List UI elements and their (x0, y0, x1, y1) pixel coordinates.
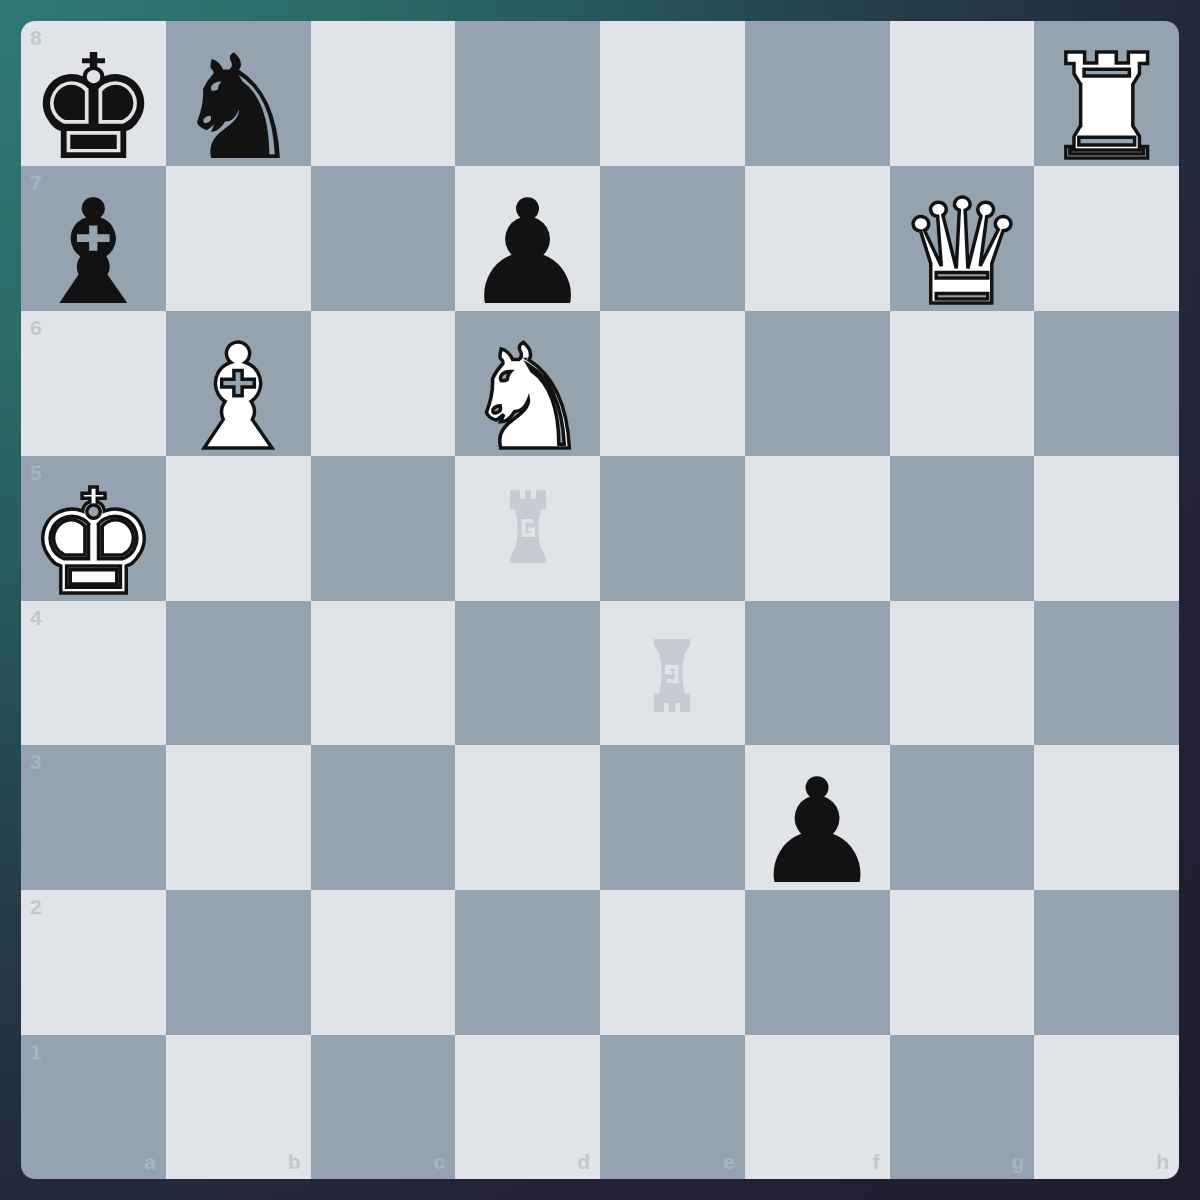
square-g3[interactable] (890, 745, 1035, 890)
square-e4[interactable] (600, 601, 745, 745)
square-a1[interactable]: 1a (21, 1035, 166, 1179)
square-a2[interactable]: 2 (21, 890, 166, 1034)
square-a7[interactable]: 7♝ (21, 166, 166, 311)
square-h8[interactable]: ♜ (1034, 21, 1179, 166)
square-e2[interactable] (600, 890, 745, 1034)
black-bishop[interactable]: ♝ (28, 180, 158, 325)
square-d5[interactable] (455, 456, 600, 601)
square-b8[interactable]: ♞ (166, 21, 311, 166)
square-c5[interactable] (311, 456, 456, 601)
square-f1[interactable]: f (745, 1035, 890, 1179)
square-g2[interactable] (890, 890, 1035, 1034)
square-h5[interactable] (1034, 456, 1179, 601)
square-e5[interactable] (600, 456, 745, 601)
square-h3[interactable] (1034, 745, 1179, 890)
file-label: b (288, 1150, 301, 1174)
square-b6[interactable]: ♝ (166, 311, 311, 456)
square-a4[interactable]: 4 (21, 601, 166, 745)
square-g6[interactable] (890, 311, 1035, 456)
square-e1[interactable]: e (600, 1035, 745, 1179)
square-a5[interactable]: 5♚ (21, 456, 166, 601)
square-f7[interactable] (745, 166, 890, 311)
square-h6[interactable] (1034, 311, 1179, 456)
rank-label: 6 (30, 316, 42, 340)
square-d2[interactable] (455, 890, 600, 1034)
rank-label: 3 (30, 750, 42, 774)
white-rook[interactable]: ♜ (1042, 35, 1172, 180)
square-b5[interactable] (166, 456, 311, 601)
chess-board: 8♚♞♜7♝♟♛6♝♞5♚43♟21abcdefgh (21, 21, 1179, 1179)
square-a8[interactable]: 8♚ (21, 21, 166, 166)
page-background: 8♚♞♜7♝♟♛6♝♞5♚43♟21abcdefgh (0, 0, 1200, 1200)
square-b4[interactable] (166, 601, 311, 745)
square-c1[interactable]: c (311, 1035, 456, 1179)
square-f5[interactable] (745, 456, 890, 601)
square-d3[interactable] (455, 745, 600, 890)
square-b2[interactable] (166, 890, 311, 1034)
square-b3[interactable] (166, 745, 311, 890)
white-king[interactable]: ♚ (28, 470, 158, 615)
square-g4[interactable] (890, 601, 1035, 745)
square-c3[interactable] (311, 745, 456, 890)
square-c8[interactable] (311, 21, 456, 166)
square-b7[interactable] (166, 166, 311, 311)
ghost-rook-icon (650, 634, 694, 712)
black-knight[interactable]: ♞ (173, 35, 303, 180)
square-d7[interactable]: ♟ (455, 166, 600, 311)
square-g1[interactable]: g (890, 1035, 1035, 1179)
square-a6[interactable]: 6 (21, 311, 166, 456)
square-h1[interactable]: h (1034, 1035, 1179, 1179)
file-label: c (434, 1150, 446, 1174)
white-bishop[interactable]: ♝ (173, 325, 303, 470)
rank-label: 1 (30, 1040, 42, 1064)
square-e7[interactable] (600, 166, 745, 311)
file-label: f (873, 1150, 880, 1174)
square-e8[interactable] (600, 21, 745, 166)
white-queen[interactable]: ♛ (897, 180, 1027, 325)
square-a3[interactable]: 3 (21, 745, 166, 890)
square-e3[interactable] (600, 745, 745, 890)
square-c2[interactable] (311, 890, 456, 1034)
square-f8[interactable] (745, 21, 890, 166)
white-knight[interactable]: ♞ (463, 325, 593, 470)
square-h4[interactable] (1034, 601, 1179, 745)
black-king[interactable]: ♚ (28, 35, 158, 180)
square-c4[interactable] (311, 601, 456, 745)
square-g5[interactable] (890, 456, 1035, 601)
square-d1[interactable]: d (455, 1035, 600, 1179)
square-f3[interactable]: ♟ (745, 745, 890, 890)
square-f6[interactable] (745, 311, 890, 456)
square-f2[interactable] (745, 890, 890, 1034)
square-c6[interactable] (311, 311, 456, 456)
square-h2[interactable] (1034, 890, 1179, 1034)
rank-label: 4 (30, 606, 42, 630)
square-b1[interactable]: b (166, 1035, 311, 1179)
square-g8[interactable] (890, 21, 1035, 166)
rank-label: 2 (30, 895, 42, 919)
black-pawn[interactable]: ♟ (463, 180, 593, 325)
black-pawn[interactable]: ♟ (752, 759, 882, 904)
file-label: g (1011, 1150, 1024, 1174)
square-f4[interactable] (745, 601, 890, 745)
file-label: d (577, 1150, 590, 1174)
square-c7[interactable] (311, 166, 456, 311)
file-label: h (1156, 1150, 1169, 1174)
square-g7[interactable]: ♛ (890, 166, 1035, 311)
ghost-rook-icon (506, 490, 550, 568)
file-label: a (144, 1150, 156, 1174)
square-d8[interactable] (455, 21, 600, 166)
file-label: e (723, 1150, 735, 1174)
square-h7[interactable] (1034, 166, 1179, 311)
square-e6[interactable] (600, 311, 745, 456)
square-d6[interactable]: ♞ (455, 311, 600, 456)
square-d4[interactable] (455, 601, 600, 745)
